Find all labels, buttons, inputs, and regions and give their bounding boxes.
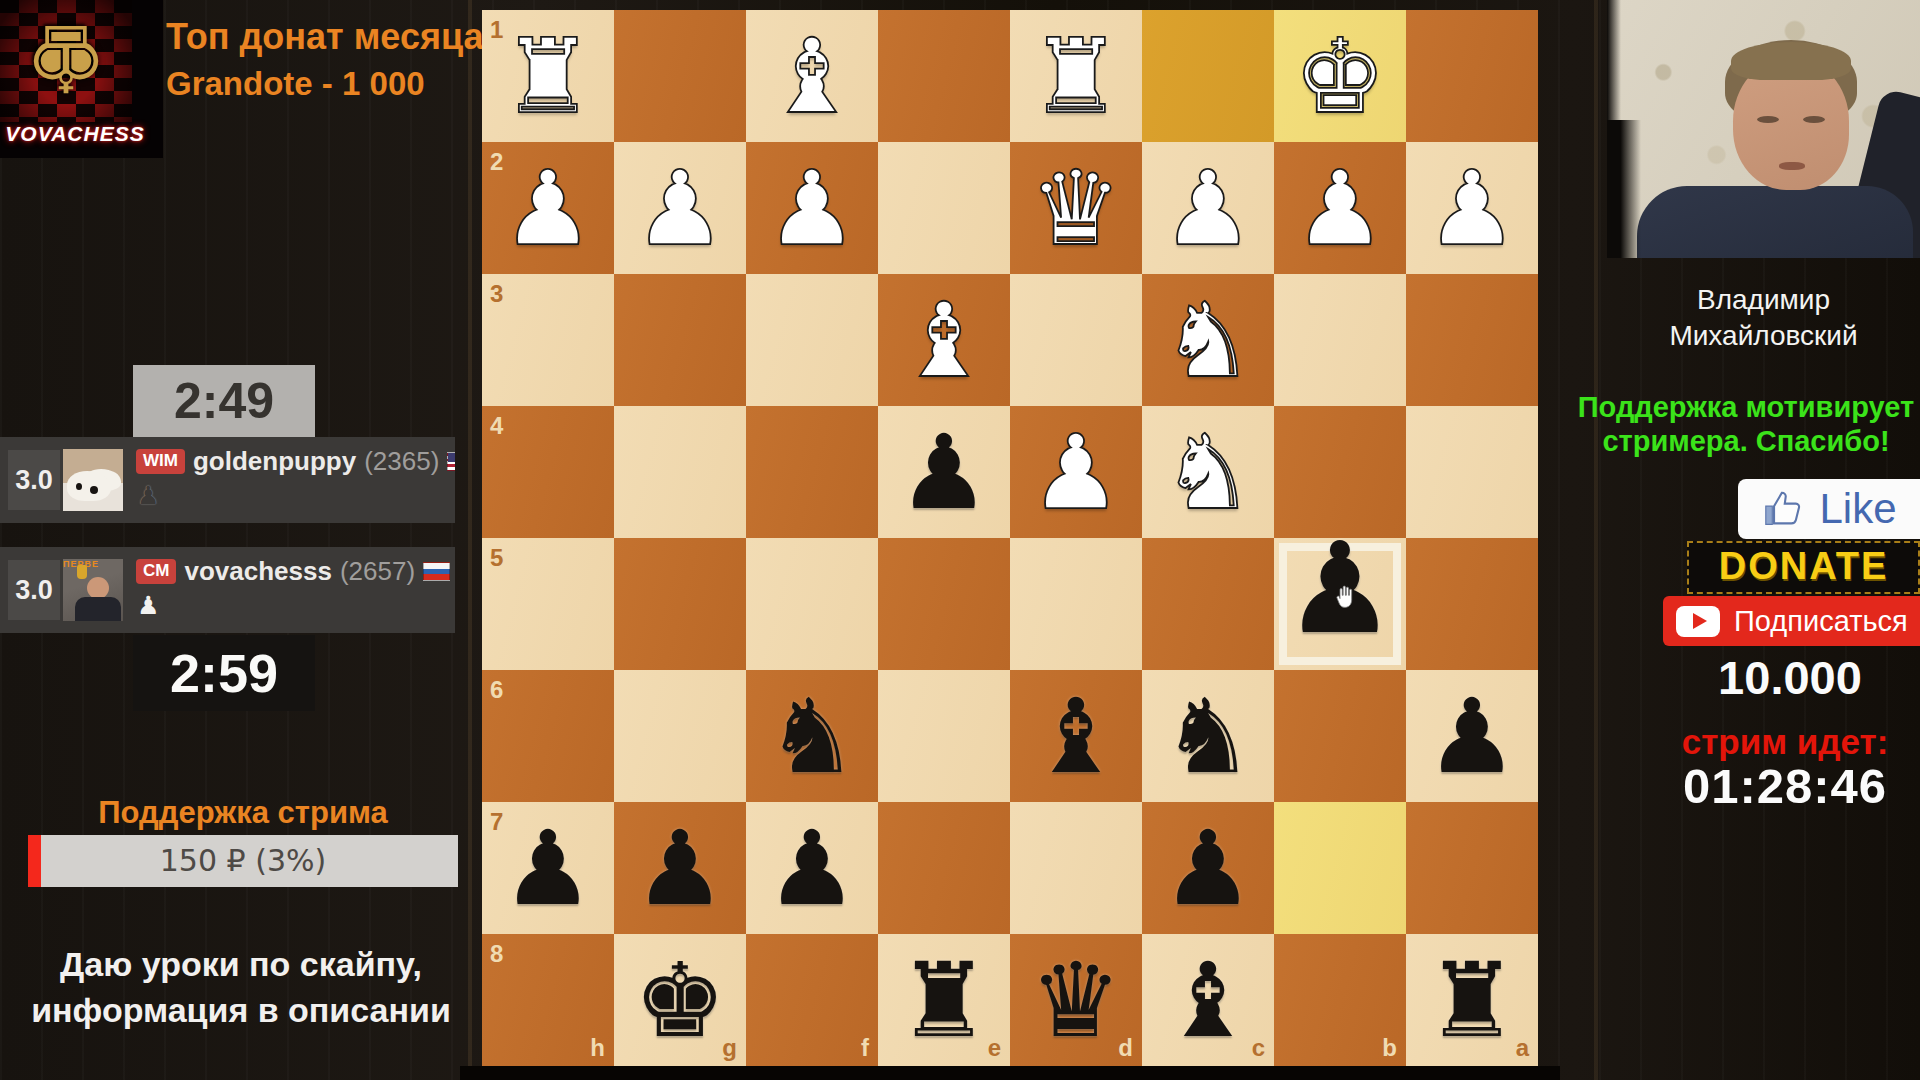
square-e4[interactable]: ♟	[878, 406, 1010, 538]
piece-white-pawn[interactable]: ♟	[482, 142, 614, 274]
square-c4[interactable]: ♞	[1142, 406, 1274, 538]
square-h3[interactable]: 3	[482, 274, 614, 406]
square-f5[interactable]	[746, 538, 878, 670]
square-a1[interactable]	[1406, 10, 1538, 142]
piece-black-bishop[interactable]: ♝	[1010, 670, 1142, 802]
square-f6[interactable]: ♞	[746, 670, 878, 802]
square-f2[interactable]: ♟	[746, 142, 878, 274]
square-d7[interactable]	[1010, 802, 1142, 934]
piece-white-pawn[interactable]: ♟	[614, 142, 746, 274]
piece-white-pawn[interactable]: ♟	[746, 142, 878, 274]
player-row-black: 3.0 WIM goldenpuppy (2365) ♟	[0, 437, 455, 523]
top-donation-title: Топ донат месяца:	[166, 16, 495, 58]
top-donation-value: Grandote - 1 000	[166, 65, 495, 103]
username-black[interactable]: goldenpuppy	[193, 446, 356, 477]
title-badge-wim: WIM	[136, 449, 185, 474]
square-a8[interactable]: a♜	[1406, 934, 1538, 1066]
square-d5[interactable]	[1010, 538, 1142, 670]
piece-black-rook[interactable]: ♜	[1406, 934, 1538, 1066]
square-d3[interactable]	[1010, 274, 1142, 406]
square-h5[interactable]: 5	[482, 538, 614, 670]
square-e7[interactable]	[878, 802, 1010, 934]
username-white[interactable]: vovachesss	[184, 556, 331, 587]
ru-flag-icon	[423, 562, 450, 581]
player-row-white: 3.0 ПЕРВЕ CM vovachesss (2657) ♟	[0, 547, 455, 633]
board-bottom-strip	[460, 1066, 1560, 1080]
subscribe-button[interactable]: Подписаться	[1663, 596, 1920, 646]
piece-white-pawn[interactable]: ♟	[1010, 406, 1142, 538]
piece-white-knight[interactable]: ♞	[1142, 406, 1274, 538]
square-c6[interactable]: ♞	[1142, 670, 1274, 802]
rating-black: (2365)	[364, 446, 439, 477]
us-flag-icon	[447, 452, 455, 471]
square-a6[interactable]: ♟	[1406, 670, 1538, 802]
piece-black-pawn[interactable]: ♟	[746, 802, 878, 934]
like-button[interactable]: Like	[1738, 479, 1920, 539]
square-f3[interactable]	[746, 274, 878, 406]
square-e2[interactable]	[878, 142, 1010, 274]
stream-timer: 01:28:46	[1650, 758, 1920, 814]
donation-progress-bar: 150 ₽ (3%)	[28, 835, 458, 887]
streamer-torso	[1637, 186, 1913, 258]
square-c3[interactable]: ♞	[1142, 274, 1274, 406]
square-e5[interactable]	[878, 538, 1010, 670]
piece-black-queen[interactable]: ♛	[1010, 934, 1142, 1066]
stream-live-label: стрим идет:	[1650, 722, 1920, 762]
support-thanks-text: Поддержка мотивирует стримера. Спасибо!	[1572, 390, 1920, 458]
puppy-illustration	[67, 471, 111, 501]
piece-black-rook[interactable]: ♜	[878, 934, 1010, 1066]
square-b5[interactable]: ♟	[1274, 538, 1406, 670]
square-f4[interactable]	[746, 406, 878, 538]
square-c1[interactable]	[1142, 10, 1274, 142]
square-d2[interactable]: ♛	[1010, 142, 1142, 274]
logo-brand-text: VOVACHESS	[0, 122, 150, 146]
piece-black-bishop[interactable]: ♝	[1142, 934, 1274, 1066]
rank-label-4: 4	[490, 412, 503, 440]
piece-white-rook[interactable]: ♜	[1010, 10, 1142, 142]
avatar-white-player[interactable]: ПЕРВЕ	[63, 559, 123, 621]
square-e8[interactable]: e♜	[878, 934, 1010, 1066]
square-b6[interactable]	[1274, 670, 1406, 802]
thumbs-up-icon	[1761, 486, 1807, 532]
square-g3[interactable]	[614, 274, 746, 406]
square-c5[interactable]	[1142, 538, 1274, 670]
file-label-f: f	[861, 1034, 869, 1062]
square-e6[interactable]	[878, 670, 1010, 802]
square-h2[interactable]: 2♟	[482, 142, 614, 274]
upside-down-king-icon: ♚	[0, 0, 132, 122]
piece-black-pawn[interactable]: ♟	[1142, 802, 1274, 934]
subscribe-label: Подписаться	[1734, 605, 1908, 638]
square-g4[interactable]	[614, 406, 746, 538]
square-g2[interactable]: ♟	[614, 142, 746, 274]
square-b3[interactable]	[1274, 274, 1406, 406]
square-f7[interactable]: ♟	[746, 802, 878, 934]
square-b7[interactable]	[1274, 802, 1406, 934]
square-a3[interactable]	[1406, 274, 1538, 406]
square-h7[interactable]: 7♟	[482, 802, 614, 934]
square-a7[interactable]	[1406, 802, 1538, 934]
piece-white-bishop[interactable]: ♝	[878, 274, 1010, 406]
piece-black-king[interactable]: ♚	[614, 934, 746, 1066]
webcam-video	[1607, 0, 1920, 258]
stream-support-title: Поддержка стрима	[28, 795, 458, 831]
square-c2[interactable]: ♟	[1142, 142, 1274, 274]
square-h1[interactable]: 1♜	[482, 10, 614, 142]
piece-white-knight[interactable]: ♞	[1142, 274, 1274, 406]
square-d6[interactable]: ♝	[1010, 670, 1142, 802]
square-g6[interactable]	[614, 670, 746, 802]
file-label-h: h	[590, 1034, 605, 1062]
youtube-play-icon	[1676, 606, 1720, 637]
square-c8[interactable]: c♝	[1142, 934, 1274, 1066]
match-score-black: 3.0	[8, 450, 60, 510]
file-label-b: b	[1382, 1034, 1397, 1062]
square-g1[interactable]	[614, 10, 746, 142]
square-e3[interactable]: ♝	[878, 274, 1010, 406]
piece-white-king[interactable]: ♚	[1274, 10, 1406, 142]
piece-white-queen[interactable]: ♛	[1010, 142, 1142, 274]
piece-white-rook[interactable]: ♜	[482, 10, 614, 142]
square-d8[interactable]: d♛	[1010, 934, 1142, 1066]
black-pieces-pawn-icon: ♟	[137, 482, 159, 510]
square-c7[interactable]: ♟	[1142, 802, 1274, 934]
square-h6[interactable]: 6	[482, 670, 614, 802]
title-badge-cm: CM	[136, 559, 176, 584]
like-label: Like	[1819, 485, 1896, 533]
square-d1[interactable]: ♜	[1010, 10, 1142, 142]
donate-button[interactable]: DONATE	[1687, 541, 1920, 594]
rank-label-3: 3	[490, 280, 503, 308]
piece-black-knight[interactable]: ♞	[1142, 670, 1274, 802]
square-b8[interactable]: b	[1274, 934, 1406, 1066]
piece-white-pawn[interactable]: ♟	[1142, 142, 1274, 274]
square-a4[interactable]	[1406, 406, 1538, 538]
trophy-illustration	[77, 565, 87, 579]
square-g5[interactable]	[614, 538, 746, 670]
square-a2[interactable]: ♟	[1406, 142, 1538, 274]
donate-label: DONATE	[1689, 543, 1918, 590]
square-d4[interactable]: ♟	[1010, 406, 1142, 538]
piece-white-pawn[interactable]: ♟	[1406, 142, 1538, 274]
donation-progress-label: 150 ₽ (3%)	[28, 835, 458, 887]
square-h4[interactable]: 4	[482, 406, 614, 538]
chess-board[interactable]: 1♜♝♜♚2♟♟♟♛♟♟♟3♝♞4♟♟♞5♟6♞♝♞♟7♟♟♟♟8hg♚fe♜d…	[482, 10, 1538, 1066]
square-b1[interactable]: ♚	[1274, 10, 1406, 142]
rank-label-8: 8	[490, 940, 503, 968]
subscriber-count: 10.000	[1660, 650, 1920, 705]
drag-hand-cursor	[1331, 584, 1358, 611]
top-donation-widget: Топ донат месяца: Grandote - 1 000	[166, 16, 495, 103]
clock-black-player: 2:49	[133, 365, 315, 437]
rank-label-6: 6	[490, 676, 503, 704]
square-f8[interactable]: f	[746, 934, 878, 1066]
match-score-white: 3.0	[8, 560, 60, 620]
square-h8[interactable]: 8h	[482, 934, 614, 1066]
avatar-black-player[interactable]	[63, 449, 123, 511]
square-e1[interactable]	[878, 10, 1010, 142]
piece-black-pawn[interactable]: ♟	[614, 802, 746, 934]
channel-logo: ♚ VOVACHESS	[0, 0, 163, 158]
square-f1[interactable]: ♝	[746, 10, 878, 142]
piece-white-bishop[interactable]: ♝	[746, 10, 878, 142]
square-g7[interactable]: ♟	[614, 802, 746, 934]
square-b2[interactable]: ♟	[1274, 142, 1406, 274]
lessons-announcement: Даю уроки по скайпу, информация в описан…	[0, 942, 482, 1034]
rank-label-5: 5	[490, 544, 503, 572]
rating-white: (2657)	[340, 556, 415, 587]
piece-white-pawn[interactable]: ♟	[1274, 142, 1406, 274]
white-pieces-pawn-icon: ♟	[137, 592, 159, 620]
clock-white-player: 2:59	[133, 635, 315, 711]
piece-black-pawn[interactable]: ♟	[878, 406, 1010, 538]
piece-black-pawn[interactable]: ♟	[1406, 670, 1538, 802]
streamer-name: Владимир Михайловский	[1607, 282, 1920, 355]
square-a5[interactable]	[1406, 538, 1538, 670]
piece-black-pawn[interactable]: ♟	[482, 802, 614, 934]
square-g8[interactable]: g♚	[614, 934, 746, 1066]
piece-black-knight[interactable]: ♞	[746, 670, 878, 802]
